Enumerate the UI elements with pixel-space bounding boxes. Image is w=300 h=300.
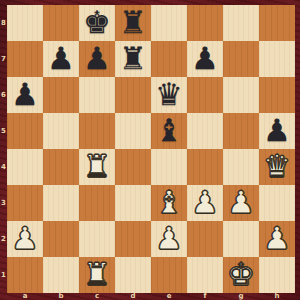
square-c4[interactable]: ♜ — [79, 149, 115, 185]
square-g3[interactable]: ♟ — [223, 185, 259, 221]
square-g1[interactable]: ♚ — [223, 257, 259, 293]
square-d3[interactable] — [115, 185, 151, 221]
rank-label-8: 8 — [0, 5, 7, 41]
square-a6[interactable]: ♟ — [7, 77, 43, 113]
square-g5[interactable] — [223, 113, 259, 149]
white-rook-c4[interactable]: ♜ — [83, 151, 111, 184]
square-b3[interactable] — [43, 185, 79, 221]
black-pawn-c7[interactable]: ♟ — [83, 43, 111, 76]
black-bishop-e5[interactable]: ♝ — [155, 115, 183, 148]
square-g6[interactable] — [223, 77, 259, 113]
square-h4[interactable]: ♛ — [259, 149, 295, 185]
square-e2[interactable]: ♟ — [151, 221, 187, 257]
square-f5[interactable] — [187, 113, 223, 149]
square-c2[interactable] — [79, 221, 115, 257]
square-g8[interactable] — [223, 5, 259, 41]
black-pawn-f7[interactable]: ♟ — [191, 43, 219, 76]
square-h6[interactable] — [259, 77, 295, 113]
square-h1[interactable] — [259, 257, 295, 293]
square-a5[interactable] — [7, 113, 43, 149]
square-e5[interactable]: ♝ — [151, 113, 187, 149]
black-rook-d8[interactable]: ♜ — [119, 7, 147, 40]
white-bishop-e3[interactable]: ♝ — [155, 187, 183, 220]
square-c8[interactable]: ♚ — [79, 5, 115, 41]
square-f6[interactable] — [187, 77, 223, 113]
square-h7[interactable] — [259, 41, 295, 77]
square-d1[interactable] — [115, 257, 151, 293]
white-pawn-a2[interactable]: ♟ — [11, 223, 39, 256]
file-label-f: f — [187, 292, 223, 300]
square-c3[interactable] — [79, 185, 115, 221]
square-e7[interactable] — [151, 41, 187, 77]
square-g4[interactable] — [223, 149, 259, 185]
white-pawn-f3[interactable]: ♟ — [191, 187, 219, 220]
white-queen-h4[interactable]: ♛ — [263, 151, 291, 184]
file-label-d: d — [115, 292, 151, 300]
file-label-a: a — [7, 292, 43, 300]
white-rook-c1[interactable]: ♜ — [83, 259, 111, 292]
rank-label-7: 7 — [0, 41, 7, 77]
square-e4[interactable] — [151, 149, 187, 185]
square-f3[interactable]: ♟ — [187, 185, 223, 221]
square-b4[interactable] — [43, 149, 79, 185]
square-d4[interactable] — [115, 149, 151, 185]
square-e8[interactable] — [151, 5, 187, 41]
rank-label-4: 4 — [0, 149, 7, 185]
square-g2[interactable] — [223, 221, 259, 257]
rank-label-5: 5 — [0, 113, 7, 149]
square-e1[interactable] — [151, 257, 187, 293]
file-label-c: c — [79, 292, 115, 300]
square-f4[interactable] — [187, 149, 223, 185]
chess-board: ♚♜♟♟♜♟♟♛♝♟♜♛♝♟♟♟♟♟♜♚ — [7, 5, 295, 293]
square-c6[interactable] — [79, 77, 115, 113]
square-d7[interactable]: ♜ — [115, 41, 151, 77]
square-f8[interactable] — [187, 5, 223, 41]
square-a2[interactable]: ♟ — [7, 221, 43, 257]
black-king-c8[interactable]: ♚ — [83, 7, 111, 40]
square-d5[interactable] — [115, 113, 151, 149]
black-pawn-h5[interactable]: ♟ — [263, 115, 291, 148]
black-pawn-b7[interactable]: ♟ — [47, 43, 75, 76]
square-h3[interactable] — [259, 185, 295, 221]
rank-label-2: 2 — [0, 221, 7, 257]
square-f7[interactable]: ♟ — [187, 41, 223, 77]
square-a8[interactable] — [7, 5, 43, 41]
square-c5[interactable] — [79, 113, 115, 149]
square-b5[interactable] — [43, 113, 79, 149]
file-label-h: h — [259, 292, 295, 300]
square-a1[interactable] — [7, 257, 43, 293]
square-c1[interactable]: ♜ — [79, 257, 115, 293]
square-f1[interactable] — [187, 257, 223, 293]
square-b2[interactable] — [43, 221, 79, 257]
black-rook-d7[interactable]: ♜ — [119, 43, 147, 76]
white-pawn-e2[interactable]: ♟ — [155, 223, 183, 256]
square-h2[interactable]: ♟ — [259, 221, 295, 257]
square-d8[interactable]: ♜ — [115, 5, 151, 41]
white-pawn-h2[interactable]: ♟ — [263, 223, 291, 256]
square-a3[interactable] — [7, 185, 43, 221]
square-c7[interactable]: ♟ — [79, 41, 115, 77]
square-a4[interactable] — [7, 149, 43, 185]
square-a7[interactable] — [7, 41, 43, 77]
file-label-b: b — [43, 292, 79, 300]
white-king-g1[interactable]: ♚ — [227, 259, 255, 292]
square-h5[interactable]: ♟ — [259, 113, 295, 149]
file-label-g: g — [223, 292, 259, 300]
file-label-e: e — [151, 292, 187, 300]
rank-label-1: 1 — [0, 257, 7, 293]
rank-label-3: 3 — [0, 185, 7, 221]
chess-board-frame: ♚♜♟♟♜♟♟♛♝♟♜♛♝♟♟♟♟♟♜♚ 87654321 abcdefgh — [0, 0, 300, 300]
square-d2[interactable] — [115, 221, 151, 257]
square-b8[interactable] — [43, 5, 79, 41]
square-d6[interactable] — [115, 77, 151, 113]
white-pawn-g3[interactable]: ♟ — [227, 187, 255, 220]
square-e3[interactable]: ♝ — [151, 185, 187, 221]
rank-label-6: 6 — [0, 77, 7, 113]
square-b1[interactable] — [43, 257, 79, 293]
square-g7[interactable] — [223, 41, 259, 77]
square-b6[interactable] — [43, 77, 79, 113]
square-h8[interactable] — [259, 5, 295, 41]
square-b7[interactable]: ♟ — [43, 41, 79, 77]
black-queen-e6[interactable]: ♛ — [155, 79, 183, 112]
square-e6[interactable]: ♛ — [151, 77, 187, 113]
square-f2[interactable] — [187, 221, 223, 257]
black-pawn-a6[interactable]: ♟ — [11, 79, 39, 112]
